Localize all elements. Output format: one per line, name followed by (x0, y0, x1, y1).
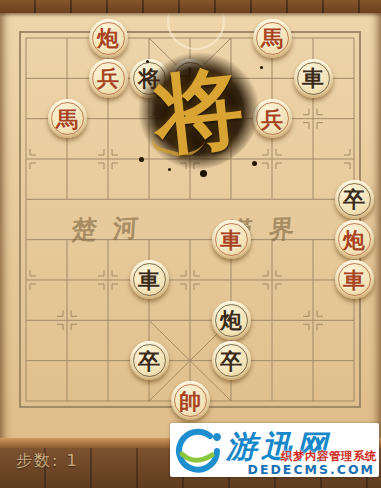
piece-red-cannon[interactable]: 炮 (89, 19, 128, 58)
watermark-box: 游迅网 织梦内容管理系统 DEDECMS.COM (170, 423, 379, 477)
piece-red-general[interactable]: 帥 (171, 381, 210, 420)
piece-black-chariot[interactable]: 車 (130, 260, 169, 299)
piece-black-soldier[interactable]: 卒 (212, 341, 251, 380)
piece-character: 馬 (261, 27, 283, 49)
piece-black-advisor[interactable]: 士 (171, 59, 210, 98)
piece-character: 兵 (261, 108, 283, 130)
piece-red-horse[interactable]: 馬 (253, 19, 292, 58)
piece-character: 将 (138, 67, 160, 89)
piece-red-chariot[interactable]: 車 (335, 260, 374, 299)
piece-black-chariot[interactable]: 車 (294, 59, 333, 98)
move-counter: 步数: 1 (16, 451, 79, 472)
piece-red-soldier[interactable]: 兵 (253, 99, 292, 138)
piece-red-horse[interactable]: 馬 (48, 99, 87, 138)
piece-character: 卒 (220, 350, 242, 372)
piece-character: 車 (220, 229, 242, 251)
river-label-left: 楚河 (71, 211, 156, 247)
piece-red-cannon[interactable]: 炮 (335, 220, 374, 259)
top-wood-bar (0, 0, 381, 13)
piece-black-general[interactable]: 将 (130, 59, 169, 98)
piece-character: 車 (138, 269, 160, 291)
piece-character: 士 (179, 67, 201, 89)
piece-character: 炮 (343, 229, 365, 251)
watermark-domain-text: DEDECMS.COM (245, 462, 375, 477)
piece-character: 卒 (343, 188, 365, 210)
piece-black-cannon[interactable]: 炮 (212, 301, 251, 340)
piece-character: 車 (343, 269, 365, 291)
piece-black-soldier[interactable]: 卒 (335, 180, 374, 219)
xiangqi-game-screen: 楚河 漢界 炮馬兵将士車馬兵卒車炮車車炮卒卒帥 将 步数: 1 游迅网 织梦内容… (0, 0, 381, 488)
piece-black-soldier[interactable]: 卒 (130, 341, 169, 380)
piece-red-chariot[interactable]: 車 (212, 220, 251, 259)
piece-character: 炮 (220, 309, 242, 331)
piece-character: 帥 (179, 390, 201, 412)
piece-character: 炮 (97, 27, 119, 49)
piece-character: 馬 (56, 108, 78, 130)
piece-character: 車 (302, 67, 324, 89)
piece-character: 兵 (97, 67, 119, 89)
watermark-logo-icon (172, 425, 224, 475)
piece-red-soldier[interactable]: 兵 (89, 59, 128, 98)
piece-character: 卒 (138, 350, 160, 372)
